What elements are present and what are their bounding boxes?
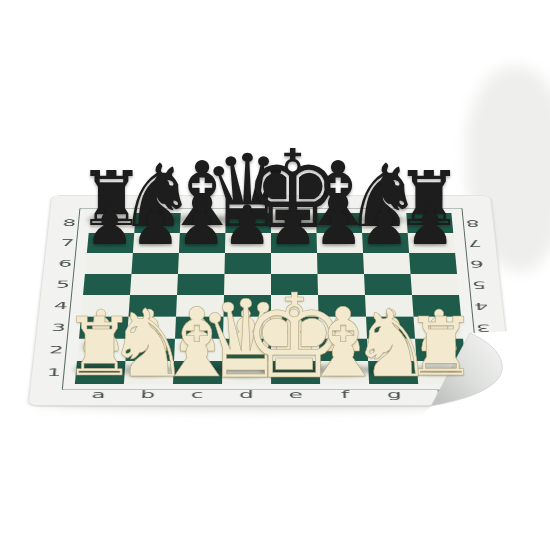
- product-photo: 11a22b33c44d55e66f77g88h ♜♞♝♛♚♝♞♜♟♟♟♟♟♟♟…: [0, 0, 550, 550]
- piece-black-pawn-c7[interactable]: ♟: [177, 198, 226, 253]
- piece-black-pawn-d7[interactable]: ♟: [223, 198, 272, 253]
- piece-black-pawn-g7[interactable]: ♟: [360, 198, 409, 253]
- piece-black-pawn-e7[interactable]: ♟: [268, 198, 317, 253]
- pieces-layer: ♜♞♝♛♚♝♞♜♟♟♟♟♟♟♟♟♟♟♟♟♟♟♟♟♜♞♝♛♚♝♞♜: [0, 0, 550, 550]
- piece-black-pawn-h7[interactable]: ♟: [406, 198, 455, 253]
- piece-black-pawn-b7[interactable]: ♟: [131, 198, 180, 253]
- piece-white-rook-h1[interactable]: ♜: [404, 307, 477, 388]
- piece-black-pawn-f7[interactable]: ♟: [314, 198, 363, 253]
- piece-black-pawn-a7[interactable]: ♟: [85, 198, 134, 253]
